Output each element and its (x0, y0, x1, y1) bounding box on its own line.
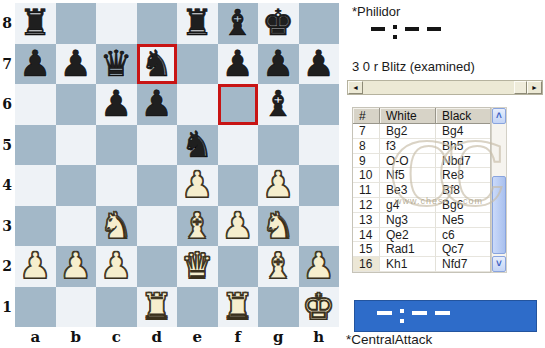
white-piece-f1: ♜ (222, 287, 254, 328)
square-f2[interactable] (218, 246, 259, 287)
square-c1[interactable] (96, 287, 137, 328)
move-cell-15-white[interactable]: Rad1 (380, 242, 436, 257)
white-piece-g2: ♝ (262, 246, 294, 287)
square-e3[interactable]: ♝ (177, 206, 218, 247)
move-cell-10-white[interactable]: Nf5 (380, 168, 436, 183)
square-f3[interactable]: ♟ (218, 206, 259, 247)
move-row-8[interactable]: 8f3Bh5 (353, 139, 490, 154)
history-scrollbar: ◄ ► (347, 80, 543, 95)
black-piece-h7: ♟ (303, 44, 335, 85)
rank-label-5: 5 (0, 125, 14, 166)
square-a5[interactable] (15, 125, 56, 166)
square-f6[interactable] (218, 84, 259, 125)
square-d7[interactable]: ♞ (137, 44, 178, 85)
square-h1[interactable]: ♚ (299, 287, 340, 328)
move-cell-16-num[interactable]: 16 (353, 257, 380, 272)
move-cell-12-black[interactable]: Bg6 (436, 198, 490, 213)
move-cell-8-num[interactable]: 8 (353, 139, 380, 154)
square-e6[interactable] (177, 84, 218, 125)
square-g5[interactable] (258, 125, 299, 166)
square-c5[interactable] (96, 125, 137, 166)
file-label-g: g (258, 327, 299, 347)
black-piece-f8: ♝ (222, 3, 254, 44)
square-d8[interactable] (137, 3, 178, 44)
square-e7[interactable] (177, 44, 218, 85)
bottom-player-clock-box (354, 300, 537, 332)
top-player-clock (371, 23, 441, 43)
move-row-13[interactable]: 13Ng3Ne5 (353, 213, 490, 228)
square-a1[interactable] (15, 287, 56, 328)
rank-label-6: 6 (0, 84, 14, 125)
move-cell-12-num[interactable]: 12 (353, 198, 380, 213)
clock-dash (371, 27, 385, 31)
square-b2[interactable]: ♟ (56, 246, 97, 287)
square-a4[interactable] (15, 165, 56, 206)
square-d5[interactable] (137, 125, 178, 166)
black-piece-e8: ♜ (181, 3, 213, 44)
square-a3[interactable] (15, 206, 56, 247)
move-cell-7-white[interactable]: Bg2 (380, 124, 436, 139)
square-b8[interactable] (56, 3, 97, 44)
move-row-7[interactable]: 7Bg2Bg4 (353, 124, 490, 139)
square-g1[interactable] (258, 287, 299, 328)
bottom-player-clock (377, 307, 450, 325)
file-label-e: e (177, 327, 218, 347)
move-cell-13-black[interactable]: Ne5 (436, 213, 490, 228)
move-cell-15-num[interactable]: 15 (353, 242, 380, 257)
square-h8[interactable] (299, 3, 340, 44)
white-piece-g4: ♟ (262, 165, 294, 206)
black-piece-a8: ♜ (19, 3, 51, 44)
move-row-14[interactable]: 14Qe2c6 (353, 228, 490, 243)
move-cell-13-num[interactable]: 13 (353, 213, 380, 228)
square-a7[interactable]: ♟ (15, 44, 56, 85)
white-piece-e3: ♝ (181, 206, 213, 247)
square-b6[interactable] (56, 84, 97, 125)
move-cell-9-num[interactable]: 9 (353, 154, 380, 169)
move-cell-10-num[interactable]: 10 (353, 168, 380, 183)
move-cell-16-black[interactable]: Nfd7 (436, 257, 490, 272)
scroll-down-arrow-icon[interactable]: ˅ (492, 256, 506, 272)
square-d1[interactable]: ♜ (137, 287, 178, 328)
clock-dash (427, 27, 441, 31)
square-c4[interactable] (96, 165, 137, 206)
move-cell-10-black[interactable]: Re8 (436, 168, 490, 183)
square-f8[interactable]: ♝ (218, 3, 259, 44)
square-h6[interactable] (299, 84, 340, 125)
move-list-scrollbar: ˄ ˅ (491, 107, 507, 273)
square-e1[interactable] (177, 287, 218, 328)
square-h4[interactable] (299, 165, 340, 206)
top-player-name: *Philidor (352, 4, 400, 19)
move-row-12[interactable]: 12g4Bg6 (353, 198, 490, 213)
move-cell-14-white[interactable]: Qe2 (380, 228, 436, 243)
white-piece-c2: ♟ (100, 246, 132, 287)
white-piece-h2: ♟ (303, 246, 335, 287)
square-g2[interactable]: ♝ (258, 246, 299, 287)
move-list-scrollbar-track[interactable] (492, 124, 506, 256)
square-c3[interactable]: ♞ (96, 206, 137, 247)
square-c2[interactable]: ♟ (96, 246, 137, 287)
white-piece-e2: ♛ (181, 246, 213, 287)
white-piece-g3: ♞ (262, 206, 294, 247)
black-piece-d7: ♞ (141, 44, 173, 85)
move-list-scrollbar-thumb[interactable] (492, 176, 506, 254)
rank-label-4: 4 (0, 165, 14, 206)
clock-colon (393, 24, 397, 40)
black-piece-g6: ♝ (262, 84, 294, 125)
square-f7[interactable]: ♟ (218, 44, 259, 85)
file-label-a: a (15, 327, 56, 347)
black-piece-c6: ♟ (100, 84, 132, 125)
move-cell-16-white[interactable]: Kh1 (380, 257, 436, 272)
square-d3[interactable] (137, 206, 178, 247)
move-cell-9-white[interactable]: O-O (380, 154, 436, 169)
clock-colon (400, 308, 404, 324)
file-label-f: f (218, 327, 259, 347)
move-cell-7-black[interactable]: Bg4 (436, 124, 490, 139)
square-d4[interactable] (137, 165, 178, 206)
move-cell-15-black[interactable]: Qc7 (436, 242, 490, 257)
file-label-h: h (299, 327, 340, 347)
move-row-16[interactable]: 16Kh1Nfd7 (353, 257, 490, 272)
square-g4[interactable]: ♟ (258, 165, 299, 206)
square-b3[interactable] (56, 206, 97, 247)
square-c8[interactable] (96, 3, 137, 44)
move-cell-11-black[interactable]: Bf8 (436, 183, 490, 198)
white-piece-d1: ♜ (141, 287, 173, 328)
square-e8[interactable]: ♜ (177, 3, 218, 44)
file-label-c: c (96, 327, 137, 347)
move-row-15[interactable]: 15Rad1Qc7 (353, 242, 490, 257)
square-e5[interactable]: ♞ (177, 125, 218, 166)
white-piece-c3: ♞ (100, 206, 132, 247)
move-cell-11-white[interactable]: Be3 (380, 183, 436, 198)
move-cell-9-black[interactable]: Nbd7 (436, 154, 490, 169)
white-piece-h1: ♚ (303, 287, 335, 328)
move-cell-12-white[interactable]: g4 (380, 198, 436, 213)
square-g6[interactable]: ♝ (258, 84, 299, 125)
black-piece-g8: ♚ (262, 3, 294, 44)
move-cell-14-num[interactable]: 14 (353, 228, 380, 243)
white-piece-a2: ♟ (19, 246, 51, 287)
black-piece-b7: ♟ (60, 44, 92, 85)
black-piece-g7: ♟ (262, 44, 294, 85)
move-cell-7-num[interactable]: 7 (353, 124, 380, 139)
square-b5[interactable] (56, 125, 97, 166)
chess-app-window: 87654321 ♜♜♝♚♟♟♛♞♟♟♟♟♟♝♞♟♟♞♝♟♞♟♟♟♛♝♟♜♜♚ … (0, 0, 545, 348)
square-c7[interactable]: ♛ (96, 44, 137, 85)
clock-dash (435, 311, 450, 315)
square-f4[interactable] (218, 165, 259, 206)
scroll-right-arrow-icon[interactable]: ► (527, 81, 542, 94)
square-b4[interactable] (56, 165, 97, 206)
move-row-10[interactable]: 10Nf5Re8 (353, 168, 490, 183)
bottom-player-name: *CentralAttack (346, 332, 432, 347)
square-g7[interactable]: ♟ (258, 44, 299, 85)
black-piece-c7: ♛ (100, 44, 132, 85)
history-scrollbar-track[interactable] (363, 81, 514, 94)
move-list-table: # White Black 7Bg2Bg48f3Bh59O-ONbd710Nf5… (352, 107, 491, 273)
rank-label-1: 1 (0, 287, 14, 328)
square-f5[interactable] (218, 125, 259, 166)
header-black: Black (436, 108, 490, 124)
square-d2[interactable] (137, 246, 178, 287)
square-h3[interactable] (299, 206, 340, 247)
square-b7[interactable]: ♟ (56, 44, 97, 85)
square-g8[interactable]: ♚ (258, 3, 299, 44)
clock-dash (412, 311, 427, 315)
black-piece-d6: ♟ (141, 84, 173, 125)
rank-label-7: 7 (0, 44, 14, 85)
file-label-d: d (137, 327, 178, 347)
rank-labels: 87654321 (0, 3, 14, 327)
black-piece-a7: ♟ (19, 44, 51, 85)
move-cell-11-num[interactable]: 11 (353, 183, 380, 198)
square-g3[interactable]: ♞ (258, 206, 299, 247)
move-cell-14-black[interactable]: c6 (436, 228, 490, 243)
square-a2[interactable]: ♟ (15, 246, 56, 287)
rank-label-3: 3 (0, 206, 14, 247)
file-label-b: b (56, 327, 97, 347)
white-piece-f3: ♟ (222, 206, 254, 247)
square-h2[interactable]: ♟ (299, 246, 340, 287)
move-row-11[interactable]: 11Be3Bf8 (353, 183, 490, 198)
square-a6[interactable] (15, 84, 56, 125)
move-row-9[interactable]: 9O-ONbd7 (353, 154, 490, 169)
white-piece-b2: ♟ (60, 246, 92, 287)
square-c6[interactable]: ♟ (96, 84, 137, 125)
scroll-up-arrow-icon[interactable]: ˄ (492, 108, 506, 124)
header-move-number: # (353, 108, 380, 124)
square-b1[interactable] (56, 287, 97, 328)
move-cell-8-white[interactable]: f3 (380, 139, 436, 154)
board: ♜♜♝♚♟♟♛♞♟♟♟♟♟♝♞♟♟♞♝♟♞♟♟♟♛♝♟♜♜♚ (15, 3, 339, 327)
white-piece-e4: ♟ (181, 165, 213, 206)
history-scrollbar-thumb[interactable] (514, 81, 527, 94)
file-labels: abcdefgh (15, 327, 339, 347)
square-e4[interactable]: ♟ (177, 165, 218, 206)
square-f1[interactable]: ♜ (218, 287, 259, 328)
rank-label-2: 2 (0, 246, 14, 287)
square-h7[interactable]: ♟ (299, 44, 340, 85)
clock-dash (377, 311, 392, 315)
rank-label-8: 8 (0, 3, 14, 44)
black-piece-f7: ♟ (222, 44, 254, 85)
square-h5[interactable] (299, 125, 340, 166)
move-list-header: # White Black (353, 108, 490, 124)
scroll-left-arrow-icon[interactable]: ◄ (348, 81, 363, 94)
square-e2[interactable]: ♛ (177, 246, 218, 287)
move-cell-13-white[interactable]: Ng3 (380, 213, 436, 228)
square-a8[interactable]: ♜ (15, 3, 56, 44)
move-cell-8-black[interactable]: Bh5 (436, 139, 490, 154)
clock-dash (405, 27, 419, 31)
black-piece-e5: ♞ (181, 125, 213, 166)
game-type-label: 3 0 r Blitz (examined) (352, 59, 475, 74)
square-d6[interactable]: ♟ (137, 84, 178, 125)
move-list-body: 7Bg2Bg48f3Bh59O-ONbd710Nf5Re811Be3Bf812g… (353, 124, 490, 272)
header-white: White (380, 108, 436, 124)
